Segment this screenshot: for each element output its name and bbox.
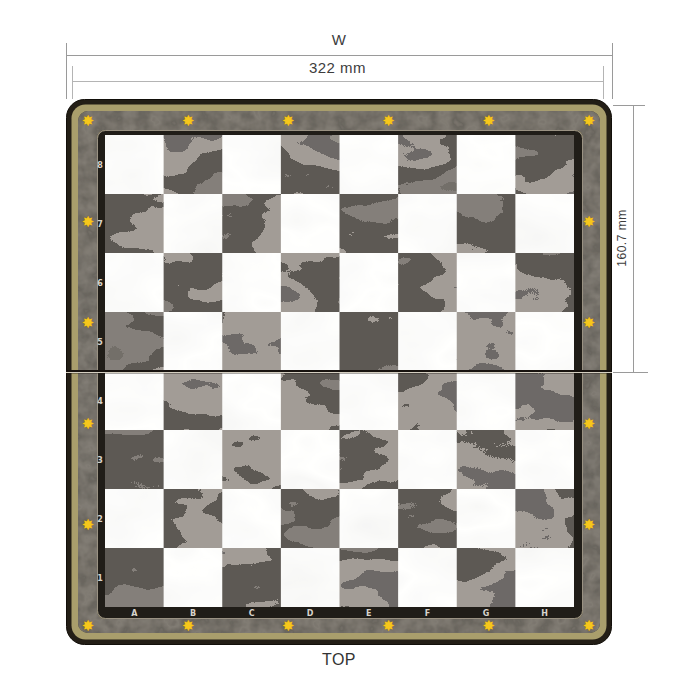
star-icon: ✸ <box>583 619 596 634</box>
rank-label-3: 3 <box>97 455 103 464</box>
square-h8 <box>515 135 574 194</box>
square-e5 <box>340 312 399 371</box>
square-g2 <box>457 489 516 548</box>
square-a2 <box>105 489 164 548</box>
star-icon: ✸ <box>483 619 496 634</box>
dimension-line-322 <box>72 81 603 82</box>
square-h5 <box>515 312 574 371</box>
square-b3 <box>164 430 223 489</box>
star-icon: ✸ <box>282 114 295 129</box>
file-label-c: C <box>249 609 255 618</box>
star-icon: ✸ <box>282 619 295 634</box>
square-g8 <box>457 135 516 194</box>
square-h1 <box>515 548 574 607</box>
orientation-label-top: TOP <box>66 652 612 668</box>
dimension-line-w <box>66 55 612 56</box>
square-a7 <box>105 194 164 253</box>
square-f5 <box>398 312 457 371</box>
square-e7 <box>340 194 399 253</box>
square-a8 <box>105 135 164 194</box>
dimension-extension-fold-1607 <box>613 372 648 373</box>
file-label-h: H <box>541 609 548 618</box>
square-e1 <box>340 548 399 607</box>
square-a6 <box>105 253 164 312</box>
square-b7 <box>164 194 223 253</box>
square-f1 <box>398 548 457 607</box>
square-f2 <box>398 489 457 548</box>
square-b5 <box>164 312 223 371</box>
file-label-a: A <box>131 609 137 618</box>
star-icon: ✸ <box>182 114 195 129</box>
square-h2 <box>515 489 574 548</box>
square-e4 <box>340 371 399 430</box>
square-c1 <box>222 548 281 607</box>
dimension-extension-right-322 <box>603 66 604 99</box>
dimension-extension-left-w <box>66 43 67 99</box>
square-e8 <box>340 135 399 194</box>
square-b6 <box>164 253 223 312</box>
square-f6 <box>398 253 457 312</box>
star-icon: ✸ <box>483 114 496 129</box>
square-a1 <box>105 548 164 607</box>
square-d5 <box>281 312 340 371</box>
square-c3 <box>222 430 281 489</box>
file-label-b: B <box>190 609 196 618</box>
star-icon: ✸ <box>82 417 95 432</box>
chess-board <box>105 135 574 607</box>
square-c2 <box>222 489 281 548</box>
square-c4 <box>222 371 281 430</box>
dimension-label-1607mm: 160.7 mm <box>615 198 629 278</box>
star-icon: ✸ <box>382 114 395 129</box>
star-icon: ✸ <box>82 114 95 129</box>
square-b2 <box>164 489 223 548</box>
square-f4 <box>398 371 457 430</box>
star-icon: ✸ <box>583 316 596 331</box>
square-c7 <box>222 194 281 253</box>
star-icon: ✸ <box>583 518 596 533</box>
diagram-canvas: W 322 mm 160.7 mm TOP <box>0 0 700 700</box>
rank-label-6: 6 <box>97 278 103 287</box>
rank-label-7: 7 <box>97 219 103 228</box>
star-icon: ✸ <box>82 619 95 634</box>
square-g5 <box>457 312 516 371</box>
file-label-d: D <box>307 609 314 618</box>
square-g6 <box>457 253 516 312</box>
star-icon: ✸ <box>583 417 596 432</box>
square-d1 <box>281 548 340 607</box>
square-e6 <box>340 253 399 312</box>
square-d7 <box>281 194 340 253</box>
square-f7 <box>398 194 457 253</box>
star-icon: ✸ <box>182 619 195 634</box>
square-g7 <box>457 194 516 253</box>
dimension-line-1607 <box>633 105 634 372</box>
star-icon: ✸ <box>583 215 596 230</box>
file-label-e: E <box>366 609 371 618</box>
square-b4 <box>164 371 223 430</box>
square-d6 <box>281 253 340 312</box>
square-c6 <box>222 253 281 312</box>
star-icon: ✸ <box>382 619 395 634</box>
square-a3 <box>105 430 164 489</box>
dimension-label-322mm: 322 mm <box>72 60 603 76</box>
rank-label-8: 8 <box>97 160 103 169</box>
rank-label-5: 5 <box>97 337 103 346</box>
square-a4 <box>105 371 164 430</box>
dimension-extension-left-322 <box>72 66 73 99</box>
rank-label-1: 1 <box>97 573 103 582</box>
square-d4 <box>281 371 340 430</box>
square-f3 <box>398 430 457 489</box>
star-icon: ✸ <box>82 215 95 230</box>
dimension-extension-top-1607 <box>613 105 645 106</box>
square-c8 <box>222 135 281 194</box>
square-a5 <box>105 312 164 371</box>
dimension-label-w: W <box>66 32 612 48</box>
square-c5 <box>222 312 281 371</box>
square-b1 <box>164 548 223 607</box>
square-d3 <box>281 430 340 489</box>
square-g4 <box>457 371 516 430</box>
square-d2 <box>281 489 340 548</box>
square-g3 <box>457 430 516 489</box>
file-label-f: F <box>425 609 430 618</box>
square-e3 <box>340 430 399 489</box>
star-icon: ✸ <box>82 518 95 533</box>
star-icon: ✸ <box>82 316 95 331</box>
dimension-extension-right-w <box>612 43 613 99</box>
square-d8 <box>281 135 340 194</box>
file-label-g: G <box>483 609 490 618</box>
square-h6 <box>515 253 574 312</box>
square-h7 <box>515 194 574 253</box>
square-h3 <box>515 430 574 489</box>
rank-label-4: 4 <box>97 396 103 405</box>
rank-label-2: 2 <box>97 514 103 523</box>
square-g1 <box>457 548 516 607</box>
square-f8 <box>398 135 457 194</box>
square-e2 <box>340 489 399 548</box>
square-h4 <box>515 371 574 430</box>
square-b8 <box>164 135 223 194</box>
star-icon: ✸ <box>583 114 596 129</box>
